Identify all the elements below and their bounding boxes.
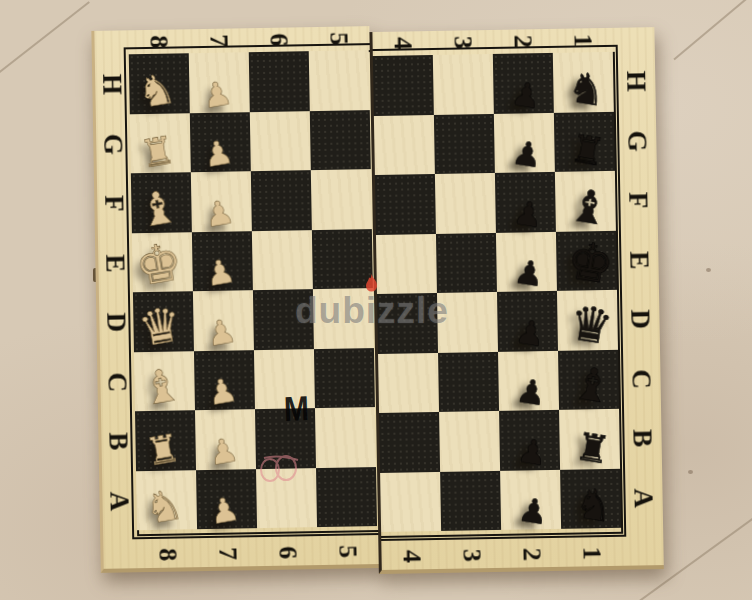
white-pawn: ♟ [200,75,235,113]
white-pawn: ♟ [203,254,238,292]
square-c2: ♟ [498,350,559,411]
square-g6 [250,111,311,172]
square-f7: ♟ [191,171,252,232]
black-pawn: ♟ [508,76,542,113]
square-f1: ♝ [554,171,615,232]
square-b4 [379,412,440,473]
square-f5 [311,169,372,230]
white-pawn: ♟ [202,194,237,232]
black-pawn: ♟ [512,254,546,291]
square-h5 [309,50,370,111]
black-bishop: ♝ [565,181,612,232]
square-a5 [316,467,377,528]
dubizzle-watermark: dubizzle [295,290,449,332]
square-g1: ♜ [553,111,614,172]
square-g8: ♜ [130,113,191,174]
square-c5 [314,348,375,409]
black-pawn: ♟ [514,373,548,410]
floor-tile-groove [0,1,90,76]
square-c3 [438,351,499,412]
white-king: ♚ [131,234,186,293]
square-d7: ♟ [193,290,254,351]
square-b3 [439,411,500,472]
square-e6 [252,230,313,291]
pencil-scribble-m: M [283,389,309,429]
square-e7: ♟ [192,231,253,292]
square-c4 [378,352,439,413]
square-f6 [251,170,312,231]
black-pawn: ♟ [516,492,550,529]
floor-speck [688,470,693,474]
square-f3 [434,173,495,234]
square-h2: ♟ [492,53,553,114]
square-h4 [372,55,433,116]
square-e3 [435,232,496,293]
square-d8: ♛ [133,291,194,352]
square-b8: ♜ [135,410,196,471]
square-c7: ♟ [194,350,255,411]
black-pawn: ♟ [509,135,543,172]
square-c1: ♝ [558,349,619,410]
square-g7: ♟ [190,112,251,173]
white-pawn: ♟ [204,313,239,351]
black-rook: ♜ [572,427,612,470]
square-a3 [440,470,501,531]
white-pawn: ♟ [205,373,240,411]
square-h3 [432,54,493,115]
white-knight: ♞ [142,483,186,531]
floor-tile-groove [673,0,752,60]
square-e8: ♚ [132,232,193,293]
square-b7: ♟ [195,409,256,470]
square-e4 [375,233,436,294]
square-e1: ♚ [555,230,616,291]
white-bishop: ♝ [138,361,186,412]
square-h6 [249,51,310,112]
black-king: ♚ [563,233,617,292]
square-h1: ♞ [552,52,613,113]
white-knight: ♞ [134,67,178,115]
square-f2: ♟ [494,172,555,233]
photo-background: ♞♟♜♟♝♟♚♟♛♟♝♟♜♟♞♟88776655HGFEDCBA♟♞♟♜♟♝♟♚… [0,0,752,600]
square-g2: ♟ [493,112,554,173]
white-pawn: ♟ [206,432,241,470]
white-queen: ♛ [135,298,186,353]
square-f8: ♝ [131,172,192,233]
square-c8: ♝ [134,351,195,412]
square-f4 [374,174,435,235]
watermark-text: dubizzle [295,290,449,331]
white-bishop: ♝ [135,182,183,233]
pink-scribble [258,452,304,486]
black-knight: ♞ [564,65,608,112]
square-b2: ♟ [499,410,560,471]
square-a1: ♞ [560,468,621,529]
square-a7: ♟ [196,469,257,530]
square-h7: ♟ [189,52,250,113]
white-rook: ♜ [143,428,183,471]
black-knight: ♞ [572,482,616,529]
square-h8: ♞ [129,53,190,114]
square-b1: ♜ [559,409,620,470]
flame-icon [363,274,380,296]
square-g3 [433,113,494,174]
white-rook: ♜ [138,130,178,173]
square-a8: ♞ [136,470,197,531]
black-bishop: ♝ [568,360,615,411]
square-d1: ♛ [556,290,617,351]
square-a2: ♟ [500,469,561,530]
square-g4 [373,114,434,175]
black-pawn: ♟ [513,314,547,351]
floor-speck [706,268,711,272]
square-e2: ♟ [495,231,556,292]
square-d2: ♟ [496,291,557,352]
black-queen: ♛ [566,297,616,351]
black-pawn: ♟ [511,195,545,232]
white-pawn: ♟ [207,492,242,530]
white-pawn: ♟ [201,135,236,173]
black-pawn: ♟ [515,433,549,470]
square-a4 [380,471,441,532]
square-g5 [310,110,371,171]
black-rook: ♜ [567,129,607,172]
square-b5 [315,407,376,468]
